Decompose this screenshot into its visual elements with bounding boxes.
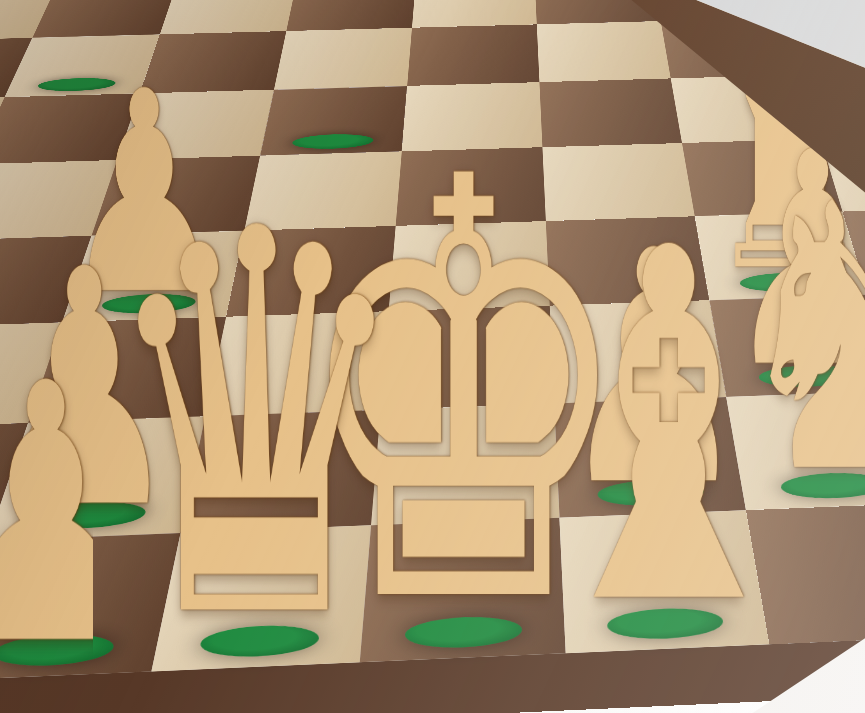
white-pawn[interactable]: ♟	[0, 352, 151, 680]
chess-photo-scene: Wooden Staunton chess pieces on a walnut…	[0, 0, 865, 713]
chessboard: ♝♚♟♜♟♟♟♞♟♛♚♝	[0, 0, 865, 713]
square-d1[interactable]: ♛	[151, 525, 371, 671]
chessboard-perspective-wrap: ♝♚♟♜♟♟♟♞♟♛♚♝	[0, 0, 865, 713]
